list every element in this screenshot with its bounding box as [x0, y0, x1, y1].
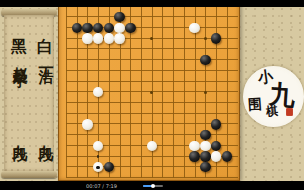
black-stone [189, 151, 199, 161]
black-stone [200, 151, 210, 161]
white-stone [147, 141, 157, 151]
black-stone [104, 23, 114, 33]
white-stone [82, 33, 92, 43]
black-player-name: 赵晨宇 [9, 55, 31, 61]
black-stone [82, 23, 92, 33]
white-player-rank: 九段 [35, 133, 57, 137]
white-stone [200, 141, 210, 151]
logo-red-seal [286, 108, 293, 116]
white-player-column: 白 丁浩 九段 [32, 15, 54, 172]
black-stone [211, 33, 221, 43]
go-board [58, 0, 240, 181]
white-stone [114, 33, 124, 43]
black-stone [72, 23, 82, 33]
black-stone [125, 23, 135, 33]
black-stone [200, 162, 210, 172]
white-stone [189, 141, 199, 151]
video-content[interactable]: 黑 赵晨宇 九段 白 丁浩 九段 小 九 围 棋 00:07 / 7:19 [0, 0, 304, 190]
logo-char-bottom-right: 棋 [265, 102, 279, 120]
black-stone [200, 130, 210, 140]
letterbox-bar-top [0, 0, 304, 7]
black-stone [200, 55, 210, 65]
white-stone [189, 23, 199, 33]
scroll-paper: 黑 赵晨宇 九段 白 丁浩 九段 [4, 15, 54, 172]
white-stone [104, 33, 114, 43]
channel-logo: 小 九 围 棋 [243, 66, 304, 127]
white-color-label: 白 [34, 25, 56, 27]
black-stone [222, 151, 232, 161]
progress-knob[interactable] [151, 184, 155, 188]
white-stone [114, 23, 124, 33]
logo-char-bottom-left: 围 [247, 96, 262, 115]
black-color-label: 黑 [8, 25, 30, 27]
white-stone [82, 119, 92, 129]
playback-time: 00:07 / 7:19 [86, 183, 117, 189]
white-stone [211, 151, 221, 161]
white-player-name: 丁浩 [35, 55, 57, 59]
black-player-rank: 九段 [9, 133, 31, 137]
player-info-scroll: 黑 赵晨宇 九段 白 丁浩 九段 [1, 8, 57, 178]
black-stone [211, 119, 221, 129]
scroll-roll-bottom [1, 171, 57, 178]
last-move-marker [96, 166, 99, 169]
black-player-column: 黑 赵晨宇 九段 [6, 15, 28, 172]
player-control-bar: 00:07 / 7:19 [0, 181, 304, 191]
progress-track[interactable] [143, 185, 163, 187]
star-point [204, 91, 207, 94]
